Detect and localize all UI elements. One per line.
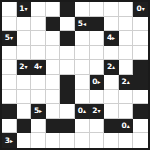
wall-cell-r1c3 <box>46 17 61 32</box>
wall-cell-r1c6 <box>90 17 105 32</box>
arrow-up-icon: ▴ <box>127 78 130 85</box>
arrow-up-icon: ▴ <box>127 121 130 128</box>
empty-cell-r1c1[interactable] <box>17 17 32 32</box>
empty-cell-r2c3[interactable] <box>46 31 61 46</box>
empty-cell-r9c6[interactable] <box>90 133 105 148</box>
empty-cell-r8c6[interactable] <box>90 119 105 134</box>
empty-cell-r4c4[interactable] <box>60 60 75 75</box>
clue-text: 4▾ <box>34 63 42 71</box>
wall-cell-r8c4 <box>60 119 75 134</box>
clue-text: 0▴ <box>78 107 86 115</box>
wall-cell-r7c0 <box>2 104 17 119</box>
wall-cell-r5c4 <box>60 75 75 90</box>
empty-cell-r5c7[interactable] <box>104 75 119 90</box>
empty-cell-r3c5[interactable] <box>75 46 90 61</box>
empty-cell-r5c1[interactable] <box>17 75 32 90</box>
clue-text: 0▸ <box>92 78 100 86</box>
empty-cell-r1c7[interactable] <box>104 17 119 32</box>
clue-text: 1▾ <box>19 5 27 13</box>
empty-cell-r0c7[interactable] <box>104 2 119 17</box>
empty-cell-r6c9[interactable] <box>133 90 148 105</box>
arrow-up-icon: ▴ <box>112 63 115 70</box>
empty-cell-r0c2[interactable] <box>31 2 46 17</box>
empty-cell-r2c9[interactable] <box>133 31 148 46</box>
empty-cell-r8c0[interactable] <box>2 119 17 134</box>
clue-cell-r8c8: 0▴ <box>119 119 134 134</box>
arrow-down-icon: ▾ <box>142 5 145 12</box>
clue-cell-r7c6: 2▾ <box>90 104 105 119</box>
empty-cell-r3c1[interactable] <box>17 46 32 61</box>
empty-cell-r5c0[interactable] <box>2 75 17 90</box>
clue-text: 3▸ <box>5 136 13 144</box>
arrow-down-icon: ▾ <box>39 63 42 70</box>
empty-cell-r4c3[interactable] <box>46 60 61 75</box>
arrow-right-icon: ▸ <box>97 78 100 85</box>
empty-cell-r7c3[interactable] <box>46 104 61 119</box>
empty-cell-r3c9[interactable] <box>133 46 148 61</box>
empty-cell-r0c0[interactable] <box>2 2 17 17</box>
empty-cell-r6c5[interactable] <box>75 90 90 105</box>
empty-cell-r1c9[interactable] <box>133 17 148 32</box>
clue-text: 2▴ <box>107 63 115 71</box>
empty-cell-r7c7[interactable] <box>104 104 119 119</box>
empty-cell-r9c2[interactable] <box>31 133 46 148</box>
clue-cell-r4c2: 4▾ <box>31 60 46 75</box>
empty-cell-r2c2[interactable] <box>31 31 46 46</box>
empty-cell-r4c5[interactable] <box>75 60 90 75</box>
arrow-down-icon: ▾ <box>10 34 13 41</box>
wall-cell-r2c4 <box>60 31 75 46</box>
empty-cell-r7c8[interactable] <box>119 104 134 119</box>
empty-cell-r3c4[interactable] <box>60 46 75 61</box>
empty-cell-r3c8[interactable] <box>119 46 134 61</box>
clue-text: 0▴ <box>121 121 129 129</box>
clue-cell-r2c0: 5▾ <box>2 31 17 46</box>
empty-cell-r9c4[interactable] <box>60 133 75 148</box>
empty-cell-r7c4[interactable] <box>60 104 75 119</box>
empty-cell-r9c7[interactable] <box>104 133 119 148</box>
empty-cell-r3c3[interactable] <box>46 46 61 61</box>
clue-text: 2▾ <box>92 107 100 115</box>
empty-cell-r9c9[interactable] <box>133 133 148 148</box>
empty-cell-r6c8[interactable] <box>119 90 134 105</box>
empty-cell-r9c5[interactable] <box>75 133 90 148</box>
empty-cell-r7c1[interactable] <box>17 104 32 119</box>
empty-cell-r3c2[interactable] <box>31 46 46 61</box>
arrow-down-icon: ▾ <box>97 107 100 114</box>
empty-cell-r2c1[interactable] <box>17 31 32 46</box>
wall-cell-r8c7 <box>104 119 119 134</box>
empty-cell-r6c0[interactable] <box>2 90 17 105</box>
empty-cell-r2c6[interactable] <box>90 31 105 46</box>
arrow-right-icon: ▸ <box>10 136 13 143</box>
empty-cell-r2c8[interactable] <box>119 31 134 46</box>
empty-cell-r3c7[interactable] <box>104 46 119 61</box>
empty-cell-r0c5[interactable] <box>75 2 90 17</box>
empty-cell-r3c6[interactable] <box>90 46 105 61</box>
empty-cell-r1c4[interactable] <box>60 17 75 32</box>
empty-cell-r0c3[interactable] <box>46 2 61 17</box>
clue-cell-r4c1: 2▾ <box>17 60 32 75</box>
empty-cell-r9c3[interactable] <box>46 133 61 148</box>
clue-cell-r7c2: 5▸ <box>31 104 46 119</box>
empty-cell-r2c5[interactable] <box>75 31 90 46</box>
wall-cell-r7c9 <box>133 104 148 119</box>
empty-cell-r8c2[interactable] <box>31 119 46 134</box>
empty-cell-r5c2[interactable] <box>31 75 46 90</box>
empty-cell-r5c5[interactable] <box>75 75 90 90</box>
arrow-right-icon: ▸ <box>112 34 115 41</box>
arrow-up-icon: ▴ <box>83 107 86 114</box>
empty-cell-r9c1[interactable] <box>17 133 32 148</box>
puzzle-board-frame: 1▾0▾5◂5▾4▸2▾4▾2▴0▸2▴5▸0▴2▾0▴3▸ <box>0 0 150 150</box>
clue-text: 5◂ <box>78 19 86 27</box>
empty-cell-r6c1[interactable] <box>17 90 32 105</box>
empty-cell-r1c2[interactable] <box>31 17 46 32</box>
arrow-left-icon: ◂ <box>83 19 86 26</box>
empty-cell-r4c6[interactable] <box>90 60 105 75</box>
wall-cell-r8c3 <box>46 119 61 134</box>
clue-cell-r0c1: 1▾ <box>17 2 32 17</box>
empty-cell-r6c7[interactable] <box>104 90 119 105</box>
wall-cell-r6c4 <box>60 90 75 105</box>
clue-cell-r1c5: 5◂ <box>75 17 90 32</box>
clue-text: 5▾ <box>5 34 13 42</box>
wall-cell-r8c1 <box>17 119 32 134</box>
clue-text: 5▸ <box>34 107 42 115</box>
empty-cell-r4c0[interactable] <box>2 60 17 75</box>
clue-cell-r2c7: 4▸ <box>104 31 119 46</box>
empty-cell-r6c3[interactable] <box>46 90 61 105</box>
empty-cell-r0c6[interactable] <box>90 2 105 17</box>
clue-text: 4▸ <box>107 34 115 42</box>
empty-cell-r8c5[interactable] <box>75 119 90 134</box>
arrow-down-icon: ▾ <box>24 63 27 70</box>
clue-cell-r5c8: 2▴ <box>119 75 134 90</box>
arrow-right-icon: ▸ <box>39 107 42 114</box>
clue-cell-r9c0: 3▸ <box>2 133 17 148</box>
wall-cell-r5c9 <box>133 75 148 90</box>
empty-cell-r5c3[interactable] <box>46 75 61 90</box>
yajilin-grid: 1▾0▾5◂5▾4▸2▾4▾2▴0▸2▴5▸0▴2▾0▴3▸ <box>2 2 148 148</box>
empty-cell-r1c8[interactable] <box>119 17 134 32</box>
clue-text: 2▾ <box>19 63 27 71</box>
clue-cell-r0c9: 0▾ <box>133 2 148 17</box>
wall-cell-r0c4 <box>60 2 75 17</box>
clue-text: 0▾ <box>137 5 145 13</box>
empty-cell-r3c0[interactable] <box>2 46 17 61</box>
clue-cell-r7c5: 0▴ <box>75 104 90 119</box>
empty-cell-r4c8[interactable] <box>119 60 134 75</box>
empty-cell-r6c6[interactable] <box>90 90 105 105</box>
empty-cell-r0c8[interactable] <box>119 2 134 17</box>
clue-cell-r5c6: 0▸ <box>90 75 105 90</box>
empty-cell-r1c0[interactable] <box>2 17 17 32</box>
clue-text: 2▴ <box>121 78 129 86</box>
wall-cell-r4c9 <box>133 60 148 75</box>
empty-cell-r6c2[interactable] <box>31 90 46 105</box>
arrow-down-icon: ▾ <box>24 5 27 12</box>
clue-cell-r4c7: 2▴ <box>104 60 119 75</box>
empty-cell-r8c9[interactable] <box>133 119 148 134</box>
empty-cell-r9c8[interactable] <box>119 133 134 148</box>
